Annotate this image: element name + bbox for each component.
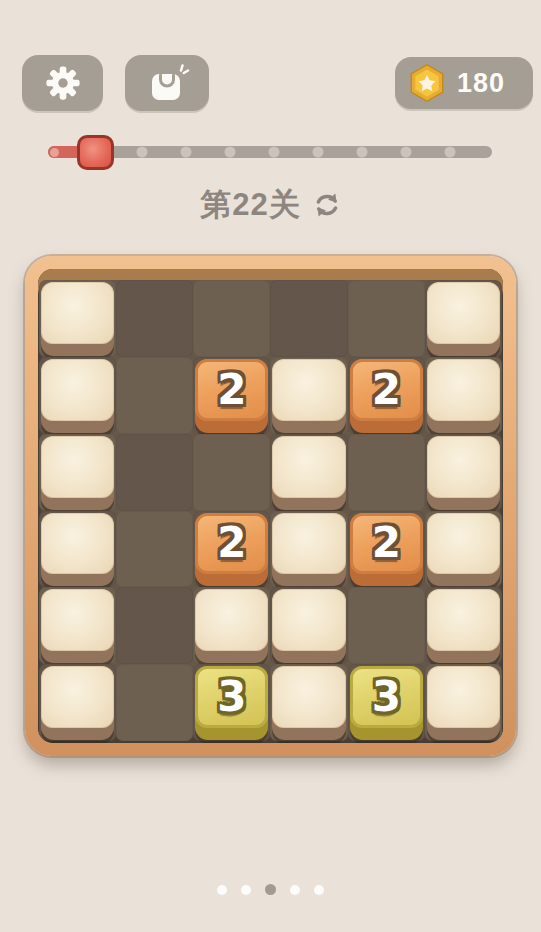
cell-r1c6 bbox=[425, 280, 502, 357]
block-face bbox=[41, 513, 114, 575]
tile-3[interactable]: 3 bbox=[195, 666, 268, 740]
hex-coin-star-icon bbox=[406, 62, 448, 104]
game-screen: 180 第22关 bbox=[0, 0, 541, 932]
cell-r3c4 bbox=[270, 434, 347, 511]
tile-value: 2 bbox=[217, 369, 246, 411]
cell-r1c5 bbox=[348, 280, 425, 357]
fixed-block bbox=[41, 513, 114, 587]
cell-r3c3 bbox=[193, 434, 270, 511]
cell-r4c1 bbox=[39, 511, 116, 588]
tile-2[interactable]: 2 bbox=[350, 513, 423, 587]
fixed-block bbox=[427, 666, 500, 740]
tile-value: 2 bbox=[217, 522, 246, 564]
page-dot-4 bbox=[290, 885, 300, 895]
slider-tick bbox=[445, 147, 456, 158]
slider-track[interactable] bbox=[48, 146, 492, 158]
cell-r4c2 bbox=[116, 511, 193, 588]
fixed-block bbox=[272, 666, 345, 740]
cell-r2c6 bbox=[425, 357, 502, 434]
cell-r2c4 bbox=[270, 357, 347, 434]
block-face bbox=[195, 589, 268, 651]
page-dot-5 bbox=[314, 885, 324, 895]
block-face bbox=[41, 666, 114, 728]
page-dot-3-active bbox=[265, 884, 276, 895]
tile-2[interactable]: 2 bbox=[195, 359, 268, 433]
fixed-block bbox=[272, 436, 345, 510]
block-face bbox=[272, 436, 345, 498]
tile-face: 2 bbox=[195, 513, 268, 575]
coin-amount: 180 bbox=[457, 68, 505, 99]
cell-r3c2 bbox=[116, 434, 193, 511]
cell-r2c3: 2 bbox=[193, 357, 270, 434]
cell-r4c5: 2 bbox=[348, 511, 425, 588]
block-face bbox=[272, 359, 345, 421]
cell-r6c2 bbox=[116, 664, 193, 741]
fixed-block bbox=[195, 589, 268, 663]
tile-value: 3 bbox=[217, 676, 246, 718]
slider-tick bbox=[313, 147, 324, 158]
cell-r3c5 bbox=[348, 434, 425, 511]
block-face bbox=[41, 589, 114, 651]
tile-face: 2 bbox=[350, 513, 423, 575]
tile-face: 2 bbox=[350, 359, 423, 421]
page-dot-2 bbox=[241, 885, 251, 895]
fixed-block bbox=[41, 359, 114, 433]
cell-r6c4 bbox=[270, 664, 347, 741]
cell-r4c6 bbox=[425, 511, 502, 588]
fixed-block bbox=[272, 359, 345, 433]
level-progress-slider bbox=[48, 133, 492, 169]
fixed-block bbox=[427, 359, 500, 433]
cell-r5c5 bbox=[348, 587, 425, 664]
cell-r4c3: 2 bbox=[193, 511, 270, 588]
block-face bbox=[272, 513, 345, 575]
cell-r2c1 bbox=[39, 357, 116, 434]
cell-r1c3 bbox=[193, 280, 270, 357]
fixed-block bbox=[427, 436, 500, 510]
block-face bbox=[427, 666, 500, 728]
cell-r6c6 bbox=[425, 664, 502, 741]
block-face bbox=[272, 589, 345, 651]
fixed-block bbox=[41, 666, 114, 740]
cell-r1c4 bbox=[270, 280, 347, 357]
slider-tick bbox=[181, 147, 192, 158]
fixed-block bbox=[427, 589, 500, 663]
page-dot-1 bbox=[217, 885, 227, 895]
block-face bbox=[427, 282, 500, 344]
fixed-block bbox=[272, 589, 345, 663]
tile-value: 2 bbox=[372, 369, 401, 411]
slider-tick bbox=[269, 147, 280, 158]
shopping-bag-icon bbox=[144, 62, 190, 104]
fixed-block bbox=[427, 282, 500, 356]
tile-2[interactable]: 2 bbox=[195, 513, 268, 587]
block-face bbox=[41, 359, 114, 421]
settings-button[interactable] bbox=[22, 55, 103, 111]
gear-icon bbox=[44, 64, 82, 102]
restart-level-button[interactable] bbox=[313, 191, 341, 219]
tile-2[interactable]: 2 bbox=[350, 359, 423, 433]
tile-value: 3 bbox=[372, 676, 401, 718]
cell-r3c1 bbox=[39, 434, 116, 511]
tile-face: 3 bbox=[350, 666, 423, 728]
slider-tick bbox=[225, 147, 236, 158]
tile-value: 2 bbox=[372, 522, 401, 564]
coin-balance-badge[interactable]: 180 bbox=[395, 57, 533, 109]
cell-r5c6 bbox=[425, 587, 502, 664]
block-face bbox=[427, 359, 500, 421]
cell-r5c4 bbox=[270, 587, 347, 664]
cell-r2c5: 2 bbox=[348, 357, 425, 434]
block-face bbox=[41, 282, 114, 344]
block-face bbox=[427, 589, 500, 651]
fixed-block bbox=[41, 282, 114, 356]
tile-face: 3 bbox=[195, 666, 268, 728]
block-face bbox=[41, 436, 114, 498]
fixed-block bbox=[41, 589, 114, 663]
page-indicator bbox=[0, 884, 541, 895]
slider-handle[interactable] bbox=[77, 135, 114, 170]
board-grid: 222233 bbox=[39, 280, 502, 741]
block-face bbox=[427, 436, 500, 498]
slider-tick bbox=[401, 147, 412, 158]
game-board: 222233 bbox=[25, 256, 516, 756]
block-face bbox=[272, 666, 345, 728]
cell-r1c2 bbox=[116, 280, 193, 357]
cell-r4c4 bbox=[270, 511, 347, 588]
board-surface: 222233 bbox=[38, 269, 503, 743]
shop-button[interactable] bbox=[125, 55, 209, 111]
fixed-block bbox=[272, 513, 345, 587]
cell-r5c3 bbox=[193, 587, 270, 664]
cell-r6c5: 3 bbox=[348, 664, 425, 741]
cell-r5c2 bbox=[116, 587, 193, 664]
fixed-block bbox=[427, 513, 500, 587]
slider-tick bbox=[137, 147, 148, 158]
cell-r6c1 bbox=[39, 664, 116, 741]
level-header: 第22关 bbox=[0, 184, 541, 226]
cell-r5c1 bbox=[39, 587, 116, 664]
cell-r1c1 bbox=[39, 280, 116, 357]
slider-tick bbox=[357, 147, 368, 158]
fixed-block bbox=[41, 436, 114, 510]
level-title: 第22关 bbox=[200, 184, 300, 226]
cell-r3c6 bbox=[425, 434, 502, 511]
tile-face: 2 bbox=[195, 359, 268, 421]
block-face bbox=[427, 513, 500, 575]
cell-r6c3: 3 bbox=[193, 664, 270, 741]
cell-r2c2 bbox=[116, 357, 193, 434]
tile-3[interactable]: 3 bbox=[350, 666, 423, 740]
refresh-icon bbox=[313, 191, 341, 219]
